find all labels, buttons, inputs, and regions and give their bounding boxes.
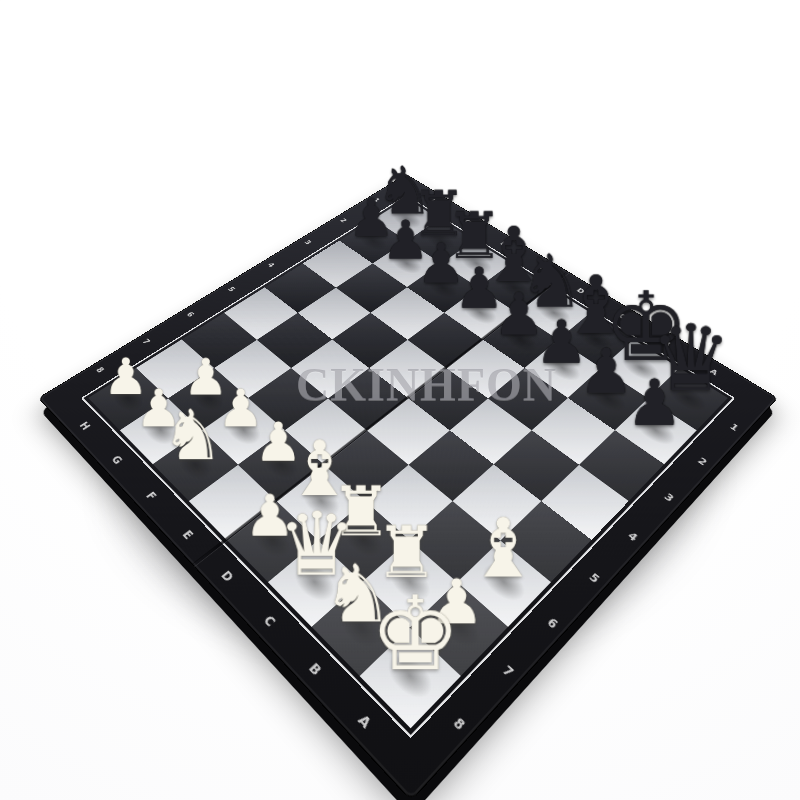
- file-label-a: A: [687, 355, 741, 390]
- board-frame: HGFEDCBA HGFEDCBA 12345678 12345678 ♞♜♜♝…: [38, 174, 778, 800]
- chess-board: HGFEDCBA HGFEDCBA 12345678 12345678 ♞♜♜♝…: [38, 174, 778, 800]
- product-photo-stage: HGFEDCBA HGFEDCBA 12345678 12345678 ♞♜♜♝…: [0, 0, 800, 800]
- play-area: ♞♜♜♝♞♝♚♛♟♟♟♟♟♟♟♟♝♟♟♟♝♜♜♟♟♟♞♟♛♞♚: [88, 198, 728, 728]
- rank-label-5: 5: [570, 554, 617, 603]
- square-b2: ♟: [568, 368, 648, 430]
- watermark-text: CKINHFON: [296, 358, 557, 411]
- square-f8: ♞: [153, 430, 238, 501]
- square-b7: ♜: [362, 540, 457, 627]
- rank-label-8: 8: [430, 694, 487, 755]
- rank-label-6: 6: [527, 598, 577, 650]
- square-a2: ♟: [614, 398, 696, 464]
- square-h8: ♟: [88, 368, 168, 430]
- rank-label-4: 4: [610, 514, 654, 559]
- piece-black-knight: ♞: [375, 161, 435, 221]
- rank-label-7: 7: [480, 644, 534, 701]
